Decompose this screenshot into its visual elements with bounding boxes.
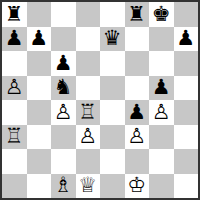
square-c6[interactable]: ♟	[51, 51, 76, 76]
white-pawn[interactable]: ♙	[127, 126, 146, 147]
square-f5[interactable]	[125, 76, 150, 101]
square-h3[interactable]	[174, 125, 199, 150]
square-b3[interactable]	[27, 125, 52, 150]
square-f3[interactable]: ♙	[125, 125, 150, 150]
square-b7[interactable]: ♟	[27, 27, 52, 52]
square-c7[interactable]	[51, 27, 76, 52]
square-f2[interactable]	[125, 149, 150, 174]
square-e5[interactable]	[100, 76, 125, 101]
square-d3[interactable]: ♙	[76, 125, 101, 150]
black-rook[interactable]: ♜	[127, 4, 146, 25]
square-a5[interactable]: ♙	[2, 76, 27, 101]
black-rook[interactable]: ♜	[5, 4, 24, 25]
square-h6[interactable]	[174, 51, 199, 76]
square-d8[interactable]	[76, 2, 101, 27]
square-b2[interactable]	[27, 149, 52, 174]
square-c4[interactable]: ♙	[51, 100, 76, 125]
square-h7[interactable]: ♟	[174, 27, 199, 52]
square-h4[interactable]	[174, 100, 199, 125]
white-pawn[interactable]: ♙	[78, 126, 97, 147]
square-g8[interactable]: ♚	[149, 2, 174, 27]
black-pawn[interactable]: ♟	[127, 102, 146, 123]
square-f4[interactable]: ♟	[125, 100, 150, 125]
square-b6[interactable]	[27, 51, 52, 76]
square-d6[interactable]	[76, 51, 101, 76]
square-c3[interactable]	[51, 125, 76, 150]
square-g6[interactable]	[149, 51, 174, 76]
square-c1[interactable]: ♗	[51, 174, 76, 199]
square-g7[interactable]	[149, 27, 174, 52]
square-e7[interactable]: ♛	[100, 27, 125, 52]
square-e3[interactable]	[100, 125, 125, 150]
square-a4[interactable]	[2, 100, 27, 125]
square-a6[interactable]	[2, 51, 27, 76]
white-rook[interactable]: ♖	[78, 102, 97, 123]
square-c5[interactable]: ♞	[51, 76, 76, 101]
square-h2[interactable]	[174, 149, 199, 174]
black-queen[interactable]: ♛	[103, 28, 122, 49]
white-pawn[interactable]: ♙	[54, 102, 73, 123]
square-g2[interactable]	[149, 149, 174, 174]
black-pawn[interactable]: ♟	[5, 28, 24, 49]
square-g4[interactable]: ♙	[149, 100, 174, 125]
square-b5[interactable]	[27, 76, 52, 101]
square-a2[interactable]	[2, 149, 27, 174]
square-d1[interactable]: ♕	[76, 174, 101, 199]
square-e6[interactable]	[100, 51, 125, 76]
square-h5[interactable]	[174, 76, 199, 101]
square-d2[interactable]	[76, 149, 101, 174]
square-b4[interactable]	[27, 100, 52, 125]
white-pawn[interactable]: ♙	[152, 102, 171, 123]
square-d7[interactable]	[76, 27, 101, 52]
square-b8[interactable]	[27, 2, 52, 27]
square-e4[interactable]	[100, 100, 125, 125]
square-c2[interactable]	[51, 149, 76, 174]
square-e1[interactable]	[100, 174, 125, 199]
square-e2[interactable]	[100, 149, 125, 174]
square-b1[interactable]	[27, 174, 52, 199]
square-d5[interactable]	[76, 76, 101, 101]
white-king[interactable]: ♔	[127, 175, 146, 196]
square-g3[interactable]	[149, 125, 174, 150]
square-c8[interactable]	[51, 2, 76, 27]
square-g5[interactable]: ♟	[149, 76, 174, 101]
chess-board: ♜♜♚♟♟♛♟♟♙♞♟♙♖♟♙♖♙♙♗♕♔	[0, 0, 200, 200]
square-f7[interactable]	[125, 27, 150, 52]
square-g1[interactable]	[149, 174, 174, 199]
black-pawn[interactable]: ♟	[29, 28, 48, 49]
square-a7[interactable]: ♟	[2, 27, 27, 52]
square-e8[interactable]	[100, 2, 125, 27]
black-pawn[interactable]: ♟	[54, 53, 73, 74]
square-f8[interactable]: ♜	[125, 2, 150, 27]
black-knight[interactable]: ♞	[54, 77, 73, 98]
white-bishop[interactable]: ♗	[54, 175, 73, 196]
white-pawn[interactable]: ♙	[5, 77, 24, 98]
square-h1[interactable]	[174, 174, 199, 199]
white-rook[interactable]: ♖	[5, 126, 24, 147]
white-queen[interactable]: ♕	[78, 175, 97, 196]
chess-board-grid: ♜♜♚♟♟♛♟♟♙♞♟♙♖♟♙♖♙♙♗♕♔	[2, 2, 198, 198]
square-d4[interactable]: ♖	[76, 100, 101, 125]
square-a8[interactable]: ♜	[2, 2, 27, 27]
square-f6[interactable]	[125, 51, 150, 76]
square-a1[interactable]	[2, 174, 27, 199]
black-pawn[interactable]: ♟	[176, 28, 195, 49]
square-a3[interactable]: ♖	[2, 125, 27, 150]
square-h8[interactable]	[174, 2, 199, 27]
square-f1[interactable]: ♔	[125, 174, 150, 199]
black-king[interactable]: ♚	[152, 4, 171, 25]
black-pawn[interactable]: ♟	[152, 77, 171, 98]
